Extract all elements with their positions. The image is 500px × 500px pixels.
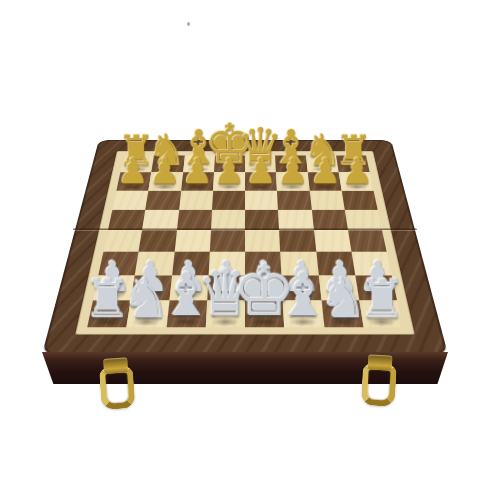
square-c6 <box>179 190 213 209</box>
square-e1: ♚ <box>245 300 284 327</box>
square-e6 <box>245 190 278 209</box>
piece-gold-pawn: ♟ <box>213 155 245 188</box>
square-a5 <box>108 210 146 230</box>
square-h1: ♜ <box>359 300 403 327</box>
square-e7: ♟ <box>245 172 277 190</box>
square-e5 <box>245 210 279 230</box>
square-h7: ♟ <box>339 172 374 190</box>
square-d6 <box>212 190 245 209</box>
square-h6 <box>341 190 377 209</box>
brass-clasp-right <box>359 354 400 410</box>
piece-gold-pawn: ♟ <box>277 155 309 188</box>
square-g4 <box>314 230 352 252</box>
square-a6 <box>112 190 148 209</box>
square-g5 <box>311 210 347 230</box>
square-b6 <box>146 190 181 209</box>
square-d7: ♟ <box>213 172 245 190</box>
square-g1: ♞ <box>321 300 363 327</box>
square-f5 <box>278 210 313 230</box>
piece-gold-pawn: ♟ <box>181 155 213 188</box>
piece-gold-pawn: ♟ <box>117 155 149 188</box>
square-g6 <box>309 190 344 209</box>
square-g7: ♟ <box>307 172 341 190</box>
square-c5 <box>177 210 212 230</box>
piece-silver-rook: ♜ <box>84 275 131 323</box>
square-c4 <box>174 230 211 252</box>
square-a1: ♜ <box>87 300 131 327</box>
square-a4 <box>103 230 142 252</box>
photo-speck <box>187 22 190 26</box>
square-b7: ♟ <box>149 172 183 190</box>
square-b1: ♞ <box>127 300 169 327</box>
square-f7: ♟ <box>276 172 309 190</box>
clasp-base <box>368 354 393 370</box>
square-h4 <box>348 230 387 252</box>
piece-gold-pawn: ♟ <box>309 155 341 188</box>
piece-gold-pawn: ♟ <box>245 155 277 188</box>
square-c1: ♝ <box>166 300 207 327</box>
square-d5 <box>211 210 245 230</box>
square-c7: ♟ <box>181 172 214 190</box>
fold-seam <box>73 229 418 231</box>
board-grid: ♜♞♝♚♛♝♞♜♟♟♟♟♟♟♟♟♟♟♟♟♟♟♟♟♜♞♝♛♚♝♞♜ <box>87 155 403 327</box>
square-f6 <box>277 190 311 209</box>
brass-clasp-left <box>96 357 138 414</box>
square-h5 <box>344 210 382 230</box>
product-photo-canvas: ♜♞♝♚♛♝♞♜♟♟♟♟♟♟♟♟♟♟♟♟♟♟♟♟♜♞♝♛♚♝♞♜ <box>0 0 500 500</box>
piece-silver-rook: ♜ <box>359 275 406 323</box>
chess-board: ♜♞♝♚♛♝♞♜♟♟♟♟♟♟♟♟♟♟♟♟♟♟♟♟♜♞♝♛♚♝♞♜ <box>42 140 448 355</box>
piece-gold-pawn: ♟ <box>149 155 181 188</box>
square-b5 <box>142 210 178 230</box>
piece-gold-pawn: ♟ <box>341 155 373 188</box>
piece-silver-king: ♚ <box>233 258 297 323</box>
square-b4 <box>139 230 177 252</box>
clasp-base <box>103 357 128 374</box>
square-a7: ♟ <box>116 172 151 190</box>
